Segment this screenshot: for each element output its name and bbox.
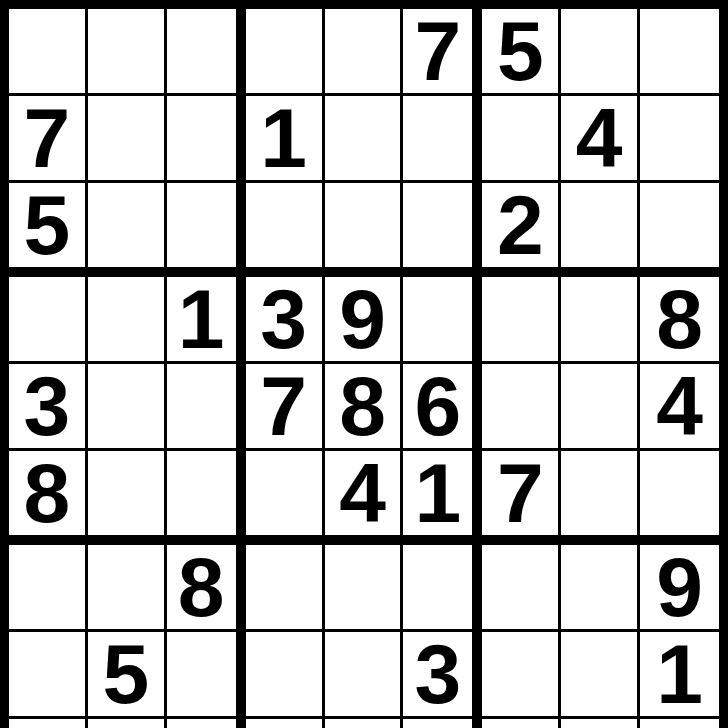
- cell-r6c3-empty[interactable]: [167, 451, 246, 545]
- cell-r1c2-empty[interactable]: [88, 9, 167, 96]
- cell-r1c1-empty[interactable]: [9, 9, 88, 96]
- cell-r4c4-given: 3: [246, 277, 325, 364]
- cell-r6c5-given: 4: [325, 451, 404, 545]
- cell-r3c5-empty[interactable]: [325, 183, 404, 277]
- cell-r3c6-empty[interactable]: [403, 183, 482, 277]
- cell-r8c4-empty[interactable]: [246, 632, 325, 719]
- cell-r5c2-empty[interactable]: [88, 364, 167, 451]
- cell-r8c1-empty[interactable]: [9, 632, 88, 719]
- cell-r8c2-given: 5: [88, 632, 167, 719]
- cell-r9c6-empty[interactable]: [403, 719, 482, 728]
- cell-r8c9-given: 1: [640, 632, 719, 719]
- cell-r7c2-empty[interactable]: [88, 545, 167, 632]
- cell-r9c9-empty[interactable]: [640, 719, 719, 728]
- sudoku-board: 757145213983786484178953146: [0, 0, 728, 728]
- cell-r2c7-empty[interactable]: [482, 96, 561, 183]
- cell-r2c8-given: 4: [561, 96, 640, 183]
- cell-r8c3-empty[interactable]: [167, 632, 246, 719]
- cell-r4c5-given: 9: [325, 277, 404, 364]
- cell-r8c5-empty[interactable]: [325, 632, 404, 719]
- cell-r4c1-empty[interactable]: [9, 277, 88, 364]
- cell-r1c4-empty[interactable]: [246, 9, 325, 96]
- cell-r9c8-empty[interactable]: [561, 719, 640, 728]
- cell-r6c8-empty[interactable]: [561, 451, 640, 545]
- cell-r7c9-given: 9: [640, 545, 719, 632]
- cell-r7c5-empty[interactable]: [325, 545, 404, 632]
- cell-r9c2-empty[interactable]: [88, 719, 167, 728]
- cell-r3c8-empty[interactable]: [561, 183, 640, 277]
- cell-r7c3-given: 8: [167, 545, 246, 632]
- cell-r3c4-empty[interactable]: [246, 183, 325, 277]
- cell-r9c5-empty[interactable]: [325, 719, 404, 728]
- cell-r6c1-given: 8: [9, 451, 88, 545]
- cell-r3c3-empty[interactable]: [167, 183, 246, 277]
- cell-r7c4-empty[interactable]: [246, 545, 325, 632]
- cell-r7c8-empty[interactable]: [561, 545, 640, 632]
- cell-r9c4-given: 6: [246, 719, 325, 728]
- cell-r1c6-given: 7: [403, 9, 482, 96]
- cell-r7c7-empty[interactable]: [482, 545, 561, 632]
- sudoku-page: 757145213983786484178953146: [0, 0, 728, 728]
- cell-r2c3-empty[interactable]: [167, 96, 246, 183]
- cell-r4c2-empty[interactable]: [88, 277, 167, 364]
- cell-r4c8-empty[interactable]: [561, 277, 640, 364]
- cell-r1c9-empty[interactable]: [640, 9, 719, 96]
- cell-r5c6-given: 6: [403, 364, 482, 451]
- cell-r8c6-given: 3: [403, 632, 482, 719]
- cell-r8c8-empty[interactable]: [561, 632, 640, 719]
- cell-r3c9-empty[interactable]: [640, 183, 719, 277]
- cell-r2c5-empty[interactable]: [325, 96, 404, 183]
- cell-r6c9-empty[interactable]: [640, 451, 719, 545]
- cell-r6c6-given: 1: [403, 451, 482, 545]
- cell-r5c3-empty[interactable]: [167, 364, 246, 451]
- cell-r1c8-empty[interactable]: [561, 9, 640, 96]
- cell-r4c9-given: 8: [640, 277, 719, 364]
- cell-r5c5-given: 8: [325, 364, 404, 451]
- cell-r2c4-given: 1: [246, 96, 325, 183]
- cell-r2c2-empty[interactable]: [88, 96, 167, 183]
- cell-r6c7-given: 7: [482, 451, 561, 545]
- cell-r1c3-empty[interactable]: [167, 9, 246, 96]
- cell-r8c7-empty[interactable]: [482, 632, 561, 719]
- cell-r5c1-given: 3: [9, 364, 88, 451]
- cell-r7c1-empty[interactable]: [9, 545, 88, 632]
- cell-r7c6-empty[interactable]: [403, 545, 482, 632]
- cell-r2c1-given: 7: [9, 96, 88, 183]
- cell-r9c3-given: 4: [167, 719, 246, 728]
- cell-r3c7-given: 2: [482, 183, 561, 277]
- cell-r5c4-given: 7: [246, 364, 325, 451]
- cell-r2c6-empty[interactable]: [403, 96, 482, 183]
- cell-r4c3-given: 1: [167, 277, 246, 364]
- cell-r5c9-given: 4: [640, 364, 719, 451]
- cell-r1c7-given: 5: [482, 9, 561, 96]
- cell-r3c2-empty[interactable]: [88, 183, 167, 277]
- cell-r6c2-empty[interactable]: [88, 451, 167, 545]
- cell-r5c7-empty[interactable]: [482, 364, 561, 451]
- cell-r2c9-empty[interactable]: [640, 96, 719, 183]
- cell-r4c6-empty[interactable]: [403, 277, 482, 364]
- cell-r5c8-empty[interactable]: [561, 364, 640, 451]
- cell-r1c5-empty[interactable]: [325, 9, 404, 96]
- cell-r9c1-empty[interactable]: [9, 719, 88, 728]
- cell-r3c1-given: 5: [9, 183, 88, 277]
- cell-r6c4-empty[interactable]: [246, 451, 325, 545]
- cell-r4c7-empty[interactable]: [482, 277, 561, 364]
- cell-r9c7-empty[interactable]: [482, 719, 561, 728]
